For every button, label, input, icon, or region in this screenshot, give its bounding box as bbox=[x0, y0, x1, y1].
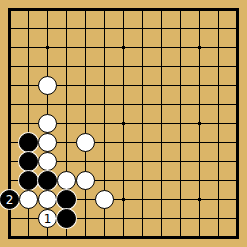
black-stone[interactable] bbox=[19, 133, 38, 152]
board-intersection[interactable] bbox=[38, 133, 57, 152]
board-intersection[interactable] bbox=[38, 190, 57, 209]
board-intersection[interactable] bbox=[152, 0, 171, 19]
board-intersection[interactable] bbox=[57, 209, 76, 228]
board-intersection[interactable] bbox=[228, 171, 247, 190]
board-intersection[interactable] bbox=[190, 114, 209, 133]
go-board: 21 bbox=[0, 0, 247, 247]
board-intersection[interactable] bbox=[95, 190, 114, 209]
white-stone[interactable] bbox=[38, 190, 57, 209]
board-intersection[interactable] bbox=[190, 171, 209, 190]
board-intersection[interactable] bbox=[19, 133, 38, 152]
board-intersection[interactable] bbox=[171, 190, 190, 209]
board-intersection[interactable] bbox=[228, 0, 247, 19]
board-intersection[interactable] bbox=[114, 209, 133, 228]
board-intersection[interactable]: 2 bbox=[0, 190, 19, 209]
board-intersection[interactable] bbox=[19, 114, 38, 133]
board-intersection[interactable] bbox=[38, 171, 57, 190]
board-intersection[interactable] bbox=[57, 95, 76, 114]
board-intersection[interactable] bbox=[152, 95, 171, 114]
board-intersection[interactable] bbox=[19, 19, 38, 38]
board-intersection[interactable] bbox=[228, 114, 247, 133]
board-intersection[interactable] bbox=[152, 38, 171, 57]
board-intersection[interactable] bbox=[209, 38, 228, 57]
board-intersection[interactable] bbox=[152, 57, 171, 76]
board-intersection[interactable] bbox=[57, 190, 76, 209]
board-intersection[interactable] bbox=[0, 114, 19, 133]
board-intersection[interactable] bbox=[57, 114, 76, 133]
board-intersection[interactable] bbox=[114, 152, 133, 171]
move-number-label: 1 bbox=[44, 213, 52, 225]
board-intersection[interactable] bbox=[114, 114, 133, 133]
board-intersection[interactable] bbox=[76, 114, 95, 133]
board-intersection[interactable] bbox=[190, 190, 209, 209]
board-intersection[interactable] bbox=[133, 95, 152, 114]
board-intersection[interactable] bbox=[76, 19, 95, 38]
board-intersection[interactable] bbox=[190, 209, 209, 228]
board-intersection[interactable] bbox=[95, 95, 114, 114]
board-intersection[interactable] bbox=[38, 0, 57, 19]
board-intersection[interactable] bbox=[209, 171, 228, 190]
board-intersections: 21 bbox=[0, 0, 247, 247]
board-intersection[interactable] bbox=[95, 0, 114, 19]
board-intersection[interactable] bbox=[228, 152, 247, 171]
board-intersection[interactable] bbox=[133, 209, 152, 228]
board-intersection[interactable] bbox=[38, 95, 57, 114]
board-intersection[interactable] bbox=[228, 57, 247, 76]
board-intersection[interactable] bbox=[209, 19, 228, 38]
board-intersection[interactable] bbox=[0, 152, 19, 171]
board-intersection[interactable] bbox=[0, 38, 19, 57]
board-intersection[interactable] bbox=[76, 0, 95, 19]
board-intersection[interactable] bbox=[76, 38, 95, 57]
board-intersection[interactable] bbox=[228, 38, 247, 57]
board-intersection[interactable] bbox=[38, 76, 57, 95]
board-intersection[interactable] bbox=[228, 19, 247, 38]
board-intersection[interactable] bbox=[228, 95, 247, 114]
white-stone[interactable] bbox=[38, 152, 57, 171]
board-intersection[interactable] bbox=[38, 38, 57, 57]
board-intersection[interactable] bbox=[38, 228, 57, 247]
board-intersection[interactable] bbox=[95, 38, 114, 57]
move-number-label: 2 bbox=[6, 194, 14, 206]
board-intersection[interactable] bbox=[171, 114, 190, 133]
board-intersection[interactable] bbox=[38, 114, 57, 133]
board-intersection[interactable] bbox=[190, 133, 209, 152]
board-intersection[interactable] bbox=[95, 76, 114, 95]
white-stone[interactable] bbox=[19, 190, 38, 209]
board-intersection[interactable] bbox=[133, 19, 152, 38]
board-intersection[interactable] bbox=[152, 209, 171, 228]
board-intersection[interactable] bbox=[76, 57, 95, 76]
board-intersection[interactable] bbox=[171, 95, 190, 114]
board-intersection[interactable] bbox=[133, 152, 152, 171]
board-intersection[interactable] bbox=[171, 19, 190, 38]
board-intersection[interactable] bbox=[209, 209, 228, 228]
board-intersection[interactable] bbox=[152, 19, 171, 38]
board-intersection[interactable] bbox=[0, 57, 19, 76]
board-intersection[interactable] bbox=[133, 38, 152, 57]
board-intersection[interactable] bbox=[19, 209, 38, 228]
board-intersection[interactable] bbox=[0, 76, 19, 95]
white-stone[interactable] bbox=[95, 190, 114, 209]
board-intersection[interactable] bbox=[57, 57, 76, 76]
board-intersection[interactable] bbox=[209, 190, 228, 209]
board-intersection[interactable] bbox=[57, 152, 76, 171]
board-intersection[interactable] bbox=[19, 0, 38, 19]
board-intersection[interactable] bbox=[0, 171, 19, 190]
board-intersection[interactable] bbox=[133, 228, 152, 247]
board-intersection[interactable] bbox=[171, 171, 190, 190]
black-stone[interactable] bbox=[19, 171, 38, 190]
board-intersection[interactable] bbox=[228, 76, 247, 95]
board-intersection[interactable] bbox=[171, 152, 190, 171]
board-intersection[interactable] bbox=[114, 76, 133, 95]
white-stone[interactable]: 1 bbox=[38, 209, 57, 228]
board-intersection[interactable] bbox=[0, 0, 19, 19]
board-intersection[interactable] bbox=[133, 133, 152, 152]
board-intersection[interactable] bbox=[133, 190, 152, 209]
board-intersection[interactable] bbox=[209, 0, 228, 19]
board-intersection[interactable] bbox=[209, 152, 228, 171]
board-intersection[interactable] bbox=[76, 133, 95, 152]
board-intersection[interactable] bbox=[38, 57, 57, 76]
board-intersection[interactable] bbox=[133, 0, 152, 19]
board-intersection[interactable] bbox=[114, 38, 133, 57]
board-intersection[interactable] bbox=[152, 190, 171, 209]
board-intersection[interactable] bbox=[190, 95, 209, 114]
white-stone[interactable] bbox=[57, 171, 76, 190]
board-intersection[interactable] bbox=[171, 38, 190, 57]
board-intersection[interactable] bbox=[228, 133, 247, 152]
board-intersection[interactable] bbox=[57, 76, 76, 95]
board-intersection[interactable] bbox=[19, 95, 38, 114]
board-intersection[interactable] bbox=[57, 133, 76, 152]
board-intersection[interactable] bbox=[57, 228, 76, 247]
board-intersection[interactable] bbox=[133, 76, 152, 95]
board-intersection[interactable] bbox=[209, 133, 228, 152]
board-intersection[interactable] bbox=[152, 171, 171, 190]
board-intersection[interactable] bbox=[171, 0, 190, 19]
board-intersection[interactable] bbox=[95, 114, 114, 133]
board-intersection[interactable] bbox=[171, 209, 190, 228]
board-intersection[interactable] bbox=[152, 114, 171, 133]
board-intersection[interactable] bbox=[190, 57, 209, 76]
board-intersection[interactable] bbox=[19, 228, 38, 247]
board-intersection[interactable] bbox=[171, 57, 190, 76]
white-stone[interactable] bbox=[38, 133, 57, 152]
board-intersection[interactable] bbox=[57, 0, 76, 19]
board-intersection[interactable] bbox=[19, 76, 38, 95]
board-intersection[interactable] bbox=[209, 57, 228, 76]
board-intersection[interactable] bbox=[114, 57, 133, 76]
board-intersection[interactable] bbox=[114, 0, 133, 19]
board-intersection[interactable] bbox=[228, 228, 247, 247]
board-intersection[interactable] bbox=[76, 190, 95, 209]
board-intersection[interactable] bbox=[76, 228, 95, 247]
white-stone[interactable] bbox=[76, 171, 95, 190]
board-intersection[interactable] bbox=[19, 152, 38, 171]
board-intersection[interactable] bbox=[0, 133, 19, 152]
board-intersection[interactable] bbox=[57, 38, 76, 57]
board-intersection[interactable] bbox=[76, 76, 95, 95]
board-intersection[interactable] bbox=[95, 19, 114, 38]
board-intersection[interactable]: 1 bbox=[38, 209, 57, 228]
board-intersection[interactable] bbox=[190, 19, 209, 38]
black-stone[interactable] bbox=[38, 171, 57, 190]
board-intersection[interactable] bbox=[0, 228, 19, 247]
board-intersection[interactable] bbox=[95, 57, 114, 76]
black-stone[interactable]: 2 bbox=[0, 190, 19, 209]
board-intersection[interactable] bbox=[114, 133, 133, 152]
board-intersection[interactable] bbox=[209, 114, 228, 133]
black-stone[interactable] bbox=[57, 209, 76, 228]
board-intersection[interactable] bbox=[76, 209, 95, 228]
board-intersection[interactable] bbox=[0, 209, 19, 228]
board-intersection[interactable] bbox=[228, 209, 247, 228]
board-intersection[interactable] bbox=[190, 152, 209, 171]
black-stone[interactable] bbox=[57, 190, 76, 209]
board-intersection[interactable] bbox=[95, 209, 114, 228]
board-intersection[interactable] bbox=[0, 19, 19, 38]
board-intersection[interactable] bbox=[76, 152, 95, 171]
board-intersection[interactable] bbox=[114, 190, 133, 209]
board-intersection[interactable] bbox=[133, 114, 152, 133]
board-intersection[interactable] bbox=[114, 171, 133, 190]
board-intersection[interactable] bbox=[171, 76, 190, 95]
board-intersection[interactable] bbox=[152, 228, 171, 247]
board-intersection[interactable] bbox=[209, 95, 228, 114]
board-intersection[interactable] bbox=[152, 76, 171, 95]
board-intersection[interactable] bbox=[152, 133, 171, 152]
board-intersection[interactable] bbox=[171, 133, 190, 152]
white-stone[interactable] bbox=[76, 133, 95, 152]
white-stone[interactable] bbox=[38, 114, 57, 133]
board-intersection[interactable] bbox=[152, 152, 171, 171]
board-intersection[interactable] bbox=[209, 228, 228, 247]
board-intersection[interactable] bbox=[76, 171, 95, 190]
board-intersection[interactable] bbox=[57, 19, 76, 38]
board-intersection[interactable] bbox=[171, 228, 190, 247]
board-intersection[interactable] bbox=[76, 95, 95, 114]
board-intersection[interactable] bbox=[114, 95, 133, 114]
board-intersection[interactable] bbox=[228, 190, 247, 209]
board-intersection[interactable] bbox=[19, 190, 38, 209]
board-intersection[interactable] bbox=[190, 38, 209, 57]
board-intersection[interactable] bbox=[114, 228, 133, 247]
board-intersection[interactable] bbox=[133, 57, 152, 76]
board-intersection[interactable] bbox=[19, 57, 38, 76]
board-intersection[interactable] bbox=[190, 76, 209, 95]
board-intersection[interactable] bbox=[0, 95, 19, 114]
board-intersection[interactable] bbox=[19, 171, 38, 190]
board-intersection[interactable] bbox=[190, 228, 209, 247]
board-intersection[interactable] bbox=[19, 38, 38, 57]
board-intersection[interactable] bbox=[57, 171, 76, 190]
board-intersection[interactable] bbox=[95, 133, 114, 152]
board-intersection[interactable] bbox=[190, 0, 209, 19]
board-intersection[interactable] bbox=[38, 19, 57, 38]
board-intersection[interactable] bbox=[133, 171, 152, 190]
board-intersection[interactable] bbox=[209, 76, 228, 95]
black-stone[interactable] bbox=[19, 152, 38, 171]
board-intersection[interactable] bbox=[95, 228, 114, 247]
board-intersection[interactable] bbox=[114, 19, 133, 38]
board-intersection[interactable] bbox=[95, 152, 114, 171]
board-intersection[interactable] bbox=[38, 152, 57, 171]
board-intersection[interactable] bbox=[95, 171, 114, 190]
white-stone[interactable] bbox=[38, 76, 57, 95]
